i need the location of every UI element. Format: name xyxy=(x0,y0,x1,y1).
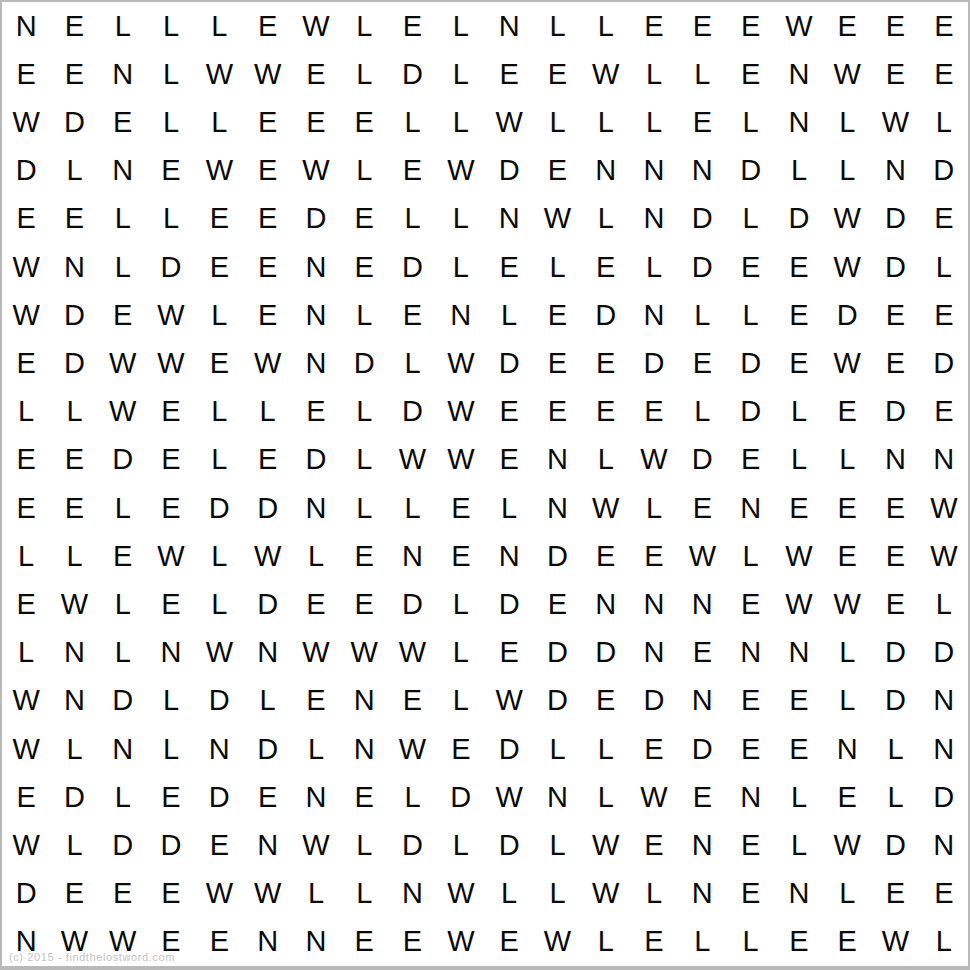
grid-cell-r9c10[interactable]: W xyxy=(437,388,485,436)
grid-cell-r13c20[interactable]: L xyxy=(920,580,968,628)
grid-cell-r4c8[interactable]: L xyxy=(340,147,388,195)
grid-cell-r7c18[interactable]: D xyxy=(823,291,871,339)
grid-cell-r18c16[interactable]: E xyxy=(726,821,774,869)
grid-cell-r17c9[interactable]: L xyxy=(388,773,436,821)
grid-cell-r20c12[interactable]: W xyxy=(533,918,581,966)
grid-cell-r18c5[interactable]: E xyxy=(195,821,243,869)
grid-cell-r11c6[interactable]: D xyxy=(243,484,291,532)
grid-cell-r12c6[interactable]: W xyxy=(243,532,291,580)
grid-cell-r9c4[interactable]: E xyxy=(147,388,195,436)
grid-cell-r3c17[interactable]: N xyxy=(775,98,823,146)
grid-cell-r13c16[interactable]: E xyxy=(726,580,774,628)
grid-cell-r5c10[interactable]: L xyxy=(437,195,485,243)
grid-cell-r12c13[interactable]: E xyxy=(582,532,630,580)
grid-cell-r16c12[interactable]: L xyxy=(533,725,581,773)
grid-cell-r3c8[interactable]: E xyxy=(340,98,388,146)
grid-cell-r1c4[interactable]: L xyxy=(147,2,195,50)
grid-cell-r18c4[interactable]: D xyxy=(147,821,195,869)
grid-cell-r19c20[interactable]: E xyxy=(920,870,968,918)
grid-cell-r20c7[interactable]: N xyxy=(292,918,340,966)
grid-cell-r19c8[interactable]: L xyxy=(340,870,388,918)
grid-cell-r9c20[interactable]: E xyxy=(920,388,968,436)
grid-cell-r4c5[interactable]: W xyxy=(195,147,243,195)
grid-cell-r7c15[interactable]: L xyxy=(678,291,726,339)
grid-cell-r19c9[interactable]: N xyxy=(388,870,436,918)
grid-cell-r12c9[interactable]: N xyxy=(388,532,436,580)
grid-cell-r2c2[interactable]: E xyxy=(50,50,98,98)
grid-cell-r17c20[interactable]: D xyxy=(920,773,968,821)
grid-cell-r2c4[interactable]: L xyxy=(147,50,195,98)
grid-cell-r2c18[interactable]: W xyxy=(823,50,871,98)
grid-cell-r3c18[interactable]: L xyxy=(823,98,871,146)
grid-cell-r11c20[interactable]: W xyxy=(920,484,968,532)
grid-cell-r12c2[interactable]: L xyxy=(50,532,98,580)
grid-cell-r6c15[interactable]: D xyxy=(678,243,726,291)
grid-cell-r10c15[interactable]: D xyxy=(678,436,726,484)
grid-cell-r18c1[interactable]: W xyxy=(2,821,50,869)
grid-cell-r4c3[interactable]: N xyxy=(99,147,147,195)
grid-cell-r15c13[interactable]: E xyxy=(582,677,630,725)
grid-cell-r8c6[interactable]: W xyxy=(243,339,291,387)
grid-cell-r14c3[interactable]: L xyxy=(99,629,147,677)
grid-cell-r18c7[interactable]: W xyxy=(292,821,340,869)
grid-cell-r6c12[interactable]: L xyxy=(533,243,581,291)
grid-cell-r14c20[interactable]: D xyxy=(920,629,968,677)
grid-cell-r16c6[interactable]: D xyxy=(243,725,291,773)
grid-cell-r20c19[interactable]: W xyxy=(871,918,919,966)
grid-cell-r7c5[interactable]: L xyxy=(195,291,243,339)
grid-cell-r6c7[interactable]: N xyxy=(292,243,340,291)
grid-cell-r7c17[interactable]: E xyxy=(775,291,823,339)
grid-cell-r12c11[interactable]: N xyxy=(485,532,533,580)
grid-cell-r19c1[interactable]: D xyxy=(2,870,50,918)
grid-cell-r13c12[interactable]: E xyxy=(533,580,581,628)
grid-cell-r17c4[interactable]: E xyxy=(147,773,195,821)
grid-cell-r13c15[interactable]: N xyxy=(678,580,726,628)
grid-cell-r1c14[interactable]: E xyxy=(630,2,678,50)
grid-cell-r19c18[interactable]: L xyxy=(823,870,871,918)
grid-cell-r2c16[interactable]: E xyxy=(726,50,774,98)
grid-cell-r1c20[interactable]: E xyxy=(920,2,968,50)
grid-cell-r1c7[interactable]: W xyxy=(292,2,340,50)
grid-cell-r13c18[interactable]: W xyxy=(823,580,871,628)
grid-cell-r17c15[interactable]: E xyxy=(678,773,726,821)
grid-cell-r18c18[interactable]: W xyxy=(823,821,871,869)
grid-cell-r10c19[interactable]: N xyxy=(871,436,919,484)
grid-cell-r20c15[interactable]: L xyxy=(678,918,726,966)
grid-cell-r6c20[interactable]: L xyxy=(920,243,968,291)
grid-cell-r20c8[interactable]: E xyxy=(340,918,388,966)
grid-cell-r20c17[interactable]: E xyxy=(775,918,823,966)
grid-cell-r3c12[interactable]: L xyxy=(533,98,581,146)
grid-cell-r16c19[interactable]: L xyxy=(871,725,919,773)
grid-cell-r4c19[interactable]: N xyxy=(871,147,919,195)
grid-cell-r11c17[interactable]: E xyxy=(775,484,823,532)
grid-cell-r17c14[interactable]: W xyxy=(630,773,678,821)
grid-cell-r16c8[interactable]: N xyxy=(340,725,388,773)
grid-cell-r19c13[interactable]: W xyxy=(582,870,630,918)
grid-cell-r11c15[interactable]: E xyxy=(678,484,726,532)
grid-cell-r1c8[interactable]: L xyxy=(340,2,388,50)
grid-cell-r16c7[interactable]: L xyxy=(292,725,340,773)
grid-cell-r4c18[interactable]: L xyxy=(823,147,871,195)
grid-cell-r12c16[interactable]: L xyxy=(726,532,774,580)
grid-cell-r7c4[interactable]: W xyxy=(147,291,195,339)
grid-cell-r9c8[interactable]: L xyxy=(340,388,388,436)
grid-cell-r4c1[interactable]: D xyxy=(2,147,50,195)
grid-cell-r4c20[interactable]: D xyxy=(920,147,968,195)
grid-cell-r15c14[interactable]: D xyxy=(630,677,678,725)
grid-cell-r9c7[interactable]: E xyxy=(292,388,340,436)
grid-cell-r4c2[interactable]: L xyxy=(50,147,98,195)
grid-cell-r20c20[interactable]: L xyxy=(920,918,968,966)
grid-cell-r6c5[interactable]: E xyxy=(195,243,243,291)
grid-cell-r8c19[interactable]: E xyxy=(871,339,919,387)
grid-cell-r9c9[interactable]: D xyxy=(388,388,436,436)
grid-cell-r7c8[interactable]: L xyxy=(340,291,388,339)
grid-cell-r15c18[interactable]: L xyxy=(823,677,871,725)
grid-cell-r5c4[interactable]: L xyxy=(147,195,195,243)
grid-cell-r17c7[interactable]: N xyxy=(292,773,340,821)
grid-cell-r16c4[interactable]: L xyxy=(147,725,195,773)
grid-cell-r20c13[interactable]: L xyxy=(582,918,630,966)
grid-cell-r11c7[interactable]: N xyxy=(292,484,340,532)
grid-cell-r4c15[interactable]: N xyxy=(678,147,726,195)
grid-cell-r6c18[interactable]: W xyxy=(823,243,871,291)
grid-cell-r1c15[interactable]: E xyxy=(678,2,726,50)
grid-cell-r18c20[interactable]: N xyxy=(920,821,968,869)
grid-cell-r15c10[interactable]: L xyxy=(437,677,485,725)
grid-cell-r7c10[interactable]: N xyxy=(437,291,485,339)
grid-cell-r4c9[interactable]: E xyxy=(388,147,436,195)
grid-cell-r15c7[interactable]: E xyxy=(292,677,340,725)
grid-cell-r16c15[interactable]: D xyxy=(678,725,726,773)
grid-cell-r16c18[interactable]: N xyxy=(823,725,871,773)
grid-cell-r2c14[interactable]: L xyxy=(630,50,678,98)
grid-cell-r14c5[interactable]: W xyxy=(195,629,243,677)
grid-cell-r10c4[interactable]: E xyxy=(147,436,195,484)
grid-cell-r15c12[interactable]: D xyxy=(533,677,581,725)
grid-cell-r15c9[interactable]: E xyxy=(388,677,436,725)
grid-cell-r15c20[interactable]: N xyxy=(920,677,968,725)
grid-cell-r2c6[interactable]: W xyxy=(243,50,291,98)
grid-cell-r3c14[interactable]: L xyxy=(630,98,678,146)
grid-cell-r6c19[interactable]: D xyxy=(871,243,919,291)
grid-cell-r9c3[interactable]: W xyxy=(99,388,147,436)
grid-cell-r10c16[interactable]: E xyxy=(726,436,774,484)
grid-cell-r7c12[interactable]: E xyxy=(533,291,581,339)
grid-cell-r10c17[interactable]: L xyxy=(775,436,823,484)
grid-cell-r6c13[interactable]: E xyxy=(582,243,630,291)
grid-cell-r4c11[interactable]: D xyxy=(485,147,533,195)
grid-cell-r2c15[interactable]: L xyxy=(678,50,726,98)
grid-cell-r11c9[interactable]: L xyxy=(388,484,436,532)
grid-cell-r10c13[interactable]: L xyxy=(582,436,630,484)
grid-cell-r1c18[interactable]: E xyxy=(823,2,871,50)
grid-cell-r3c2[interactable]: D xyxy=(50,98,98,146)
grid-cell-r4c17[interactable]: L xyxy=(775,147,823,195)
grid-cell-r14c15[interactable]: E xyxy=(678,629,726,677)
grid-cell-r8c7[interactable]: N xyxy=(292,339,340,387)
grid-cell-r9c6[interactable]: L xyxy=(243,388,291,436)
grid-cell-r14c1[interactable]: L xyxy=(2,629,50,677)
grid-cell-r14c2[interactable]: N xyxy=(50,629,98,677)
grid-cell-r20c18[interactable]: E xyxy=(823,918,871,966)
grid-cell-r10c7[interactable]: D xyxy=(292,436,340,484)
grid-cell-r16c11[interactable]: D xyxy=(485,725,533,773)
grid-cell-r5c1[interactable]: E xyxy=(2,195,50,243)
grid-cell-r5c7[interactable]: D xyxy=(292,195,340,243)
grid-cell-r8c14[interactable]: D xyxy=(630,339,678,387)
grid-cell-r18c17[interactable]: L xyxy=(775,821,823,869)
grid-cell-r9c15[interactable]: L xyxy=(678,388,726,436)
grid-cell-r13c5[interactable]: L xyxy=(195,580,243,628)
grid-cell-r19c14[interactable]: L xyxy=(630,870,678,918)
grid-cell-r5c11[interactable]: N xyxy=(485,195,533,243)
grid-cell-r12c10[interactable]: E xyxy=(437,532,485,580)
grid-cell-r15c3[interactable]: D xyxy=(99,677,147,725)
grid-cell-r12c4[interactable]: W xyxy=(147,532,195,580)
grid-cell-r9c2[interactable]: L xyxy=(50,388,98,436)
grid-cell-r1c13[interactable]: L xyxy=(582,2,630,50)
grid-cell-r10c20[interactable]: N xyxy=(920,436,968,484)
grid-cell-r5c17[interactable]: D xyxy=(775,195,823,243)
grid-cell-r19c5[interactable]: W xyxy=(195,870,243,918)
grid-cell-r17c3[interactable]: L xyxy=(99,773,147,821)
grid-cell-r12c18[interactable]: E xyxy=(823,532,871,580)
grid-cell-r8c18[interactable]: W xyxy=(823,339,871,387)
grid-cell-r5c14[interactable]: N xyxy=(630,195,678,243)
grid-cell-r14c16[interactable]: N xyxy=(726,629,774,677)
grid-cell-r18c6[interactable]: N xyxy=(243,821,291,869)
grid-cell-r15c6[interactable]: L xyxy=(243,677,291,725)
grid-cell-r19c17[interactable]: N xyxy=(775,870,823,918)
grid-cell-r11c10[interactable]: E xyxy=(437,484,485,532)
grid-cell-r17c1[interactable]: E xyxy=(2,773,50,821)
grid-cell-r11c19[interactable]: E xyxy=(871,484,919,532)
grid-cell-r18c12[interactable]: L xyxy=(533,821,581,869)
grid-cell-r11c8[interactable]: L xyxy=(340,484,388,532)
grid-cell-r8c1[interactable]: E xyxy=(2,339,50,387)
grid-cell-r3c15[interactable]: E xyxy=(678,98,726,146)
grid-cell-r10c12[interactable]: N xyxy=(533,436,581,484)
grid-cell-r8c4[interactable]: W xyxy=(147,339,195,387)
grid-cell-r9c1[interactable]: L xyxy=(2,388,50,436)
grid-cell-r16c13[interactable]: L xyxy=(582,725,630,773)
grid-cell-r8c12[interactable]: E xyxy=(533,339,581,387)
grid-cell-r11c11[interactable]: L xyxy=(485,484,533,532)
grid-cell-r18c11[interactable]: D xyxy=(485,821,533,869)
grid-cell-r2c5[interactable]: W xyxy=(195,50,243,98)
grid-cell-r2c7[interactable]: E xyxy=(292,50,340,98)
grid-cell-r13c8[interactable]: E xyxy=(340,580,388,628)
grid-cell-r10c8[interactable]: L xyxy=(340,436,388,484)
grid-cell-r18c14[interactable]: E xyxy=(630,821,678,869)
grid-cell-r3c1[interactable]: W xyxy=(2,98,50,146)
grid-cell-r4c7[interactable]: W xyxy=(292,147,340,195)
grid-cell-r8c17[interactable]: E xyxy=(775,339,823,387)
grid-cell-r10c18[interactable]: L xyxy=(823,436,871,484)
grid-cell-r14c8[interactable]: W xyxy=(340,629,388,677)
grid-cell-r7c11[interactable]: L xyxy=(485,291,533,339)
grid-cell-r11c2[interactable]: E xyxy=(50,484,98,532)
grid-cell-r17c5[interactable]: D xyxy=(195,773,243,821)
grid-cell-r6c4[interactable]: D xyxy=(147,243,195,291)
grid-cell-r7c1[interactable]: W xyxy=(2,291,50,339)
grid-cell-r8c8[interactable]: D xyxy=(340,339,388,387)
grid-cell-r5c6[interactable]: E xyxy=(243,195,291,243)
grid-cell-r20c6[interactable]: N xyxy=(243,918,291,966)
grid-cell-r7c13[interactable]: D xyxy=(582,291,630,339)
grid-cell-r18c13[interactable]: W xyxy=(582,821,630,869)
grid-cell-r14c14[interactable]: N xyxy=(630,629,678,677)
grid-cell-r17c12[interactable]: N xyxy=(533,773,581,821)
grid-cell-r12c20[interactable]: W xyxy=(920,532,968,580)
grid-cell-r11c4[interactable]: E xyxy=(147,484,195,532)
grid-cell-r1c17[interactable]: W xyxy=(775,2,823,50)
grid-cell-r15c4[interactable]: L xyxy=(147,677,195,725)
grid-cell-r5c19[interactable]: D xyxy=(871,195,919,243)
grid-cell-r5c8[interactable]: E xyxy=(340,195,388,243)
grid-cell-r18c9[interactable]: D xyxy=(388,821,436,869)
grid-cell-r6c11[interactable]: E xyxy=(485,243,533,291)
grid-cell-r16c14[interactable]: E xyxy=(630,725,678,773)
grid-cell-r11c5[interactable]: D xyxy=(195,484,243,532)
grid-cell-r13c11[interactable]: D xyxy=(485,580,533,628)
grid-cell-r20c11[interactable]: E xyxy=(485,918,533,966)
grid-cell-r18c2[interactable]: L xyxy=(50,821,98,869)
grid-cell-r3c9[interactable]: L xyxy=(388,98,436,146)
grid-cell-r1c5[interactable]: L xyxy=(195,2,243,50)
grid-cell-r2c9[interactable]: D xyxy=(388,50,436,98)
grid-cell-r3c3[interactable]: E xyxy=(99,98,147,146)
grid-cell-r14c9[interactable]: W xyxy=(388,629,436,677)
grid-cell-r13c3[interactable]: L xyxy=(99,580,147,628)
grid-cell-r18c15[interactable]: N xyxy=(678,821,726,869)
grid-cell-r14c12[interactable]: D xyxy=(533,629,581,677)
grid-cell-r9c13[interactable]: E xyxy=(582,388,630,436)
grid-cell-r5c18[interactable]: W xyxy=(823,195,871,243)
grid-cell-r8c13[interactable]: E xyxy=(582,339,630,387)
grid-cell-r15c5[interactable]: D xyxy=(195,677,243,725)
grid-cell-r7c19[interactable]: E xyxy=(871,291,919,339)
grid-cell-r6c16[interactable]: E xyxy=(726,243,774,291)
grid-cell-r11c12[interactable]: N xyxy=(533,484,581,532)
grid-cell-r17c11[interactable]: W xyxy=(485,773,533,821)
grid-cell-r4c13[interactable]: N xyxy=(582,147,630,195)
grid-cell-r7c6[interactable]: E xyxy=(243,291,291,339)
grid-cell-r6c14[interactable]: L xyxy=(630,243,678,291)
grid-cell-r2c10[interactable]: L xyxy=(437,50,485,98)
grid-cell-r9c18[interactable]: E xyxy=(823,388,871,436)
grid-cell-r19c2[interactable]: E xyxy=(50,870,98,918)
grid-cell-r14c11[interactable]: E xyxy=(485,629,533,677)
grid-cell-r3c16[interactable]: L xyxy=(726,98,774,146)
grid-cell-r12c8[interactable]: E xyxy=(340,532,388,580)
grid-cell-r18c10[interactable]: L xyxy=(437,821,485,869)
grid-cell-r5c3[interactable]: L xyxy=(99,195,147,243)
grid-cell-r8c16[interactable]: D xyxy=(726,339,774,387)
grid-cell-r7c20[interactable]: E xyxy=(920,291,968,339)
grid-cell-r13c6[interactable]: D xyxy=(243,580,291,628)
grid-cell-r8c15[interactable]: E xyxy=(678,339,726,387)
grid-cell-r6c17[interactable]: E xyxy=(775,243,823,291)
grid-cell-r16c1[interactable]: W xyxy=(2,725,50,773)
grid-cell-r19c12[interactable]: L xyxy=(533,870,581,918)
grid-cell-r1c16[interactable]: E xyxy=(726,2,774,50)
grid-cell-r15c15[interactable]: N xyxy=(678,677,726,725)
grid-cell-r10c5[interactable]: L xyxy=(195,436,243,484)
grid-cell-r13c13[interactable]: N xyxy=(582,580,630,628)
grid-cell-r7c2[interactable]: D xyxy=(50,291,98,339)
grid-cell-r19c16[interactable]: E xyxy=(726,870,774,918)
grid-cell-r7c7[interactable]: N xyxy=(292,291,340,339)
grid-cell-r13c9[interactable]: D xyxy=(388,580,436,628)
grid-cell-r6c8[interactable]: E xyxy=(340,243,388,291)
grid-cell-r19c4[interactable]: E xyxy=(147,870,195,918)
grid-cell-r11c14[interactable]: L xyxy=(630,484,678,532)
grid-cell-r3c11[interactable]: W xyxy=(485,98,533,146)
grid-cell-r2c19[interactable]: E xyxy=(871,50,919,98)
grid-cell-r12c14[interactable]: E xyxy=(630,532,678,580)
grid-cell-r1c9[interactable]: E xyxy=(388,2,436,50)
grid-cell-r17c18[interactable]: E xyxy=(823,773,871,821)
grid-cell-r4c10[interactable]: W xyxy=(437,147,485,195)
grid-cell-r13c17[interactable]: W xyxy=(775,580,823,628)
grid-cell-r1c11[interactable]: N xyxy=(485,2,533,50)
grid-cell-r11c18[interactable]: E xyxy=(823,484,871,532)
grid-cell-r2c13[interactable]: W xyxy=(582,50,630,98)
grid-cell-r16c16[interactable]: E xyxy=(726,725,774,773)
grid-cell-r3c20[interactable]: L xyxy=(920,98,968,146)
grid-cell-r5c15[interactable]: D xyxy=(678,195,726,243)
grid-cell-r14c19[interactable]: D xyxy=(871,629,919,677)
grid-cell-r5c5[interactable]: E xyxy=(195,195,243,243)
grid-cell-r12c3[interactable]: E xyxy=(99,532,147,580)
grid-cell-r3c10[interactable]: L xyxy=(437,98,485,146)
grid-cell-r14c17[interactable]: N xyxy=(775,629,823,677)
grid-cell-r14c10[interactable]: L xyxy=(437,629,485,677)
grid-cell-r3c6[interactable]: E xyxy=(243,98,291,146)
grid-cell-r14c6[interactable]: N xyxy=(243,629,291,677)
grid-cell-r1c1[interactable]: N xyxy=(2,2,50,50)
grid-cell-r1c12[interactable]: L xyxy=(533,2,581,50)
grid-cell-r2c11[interactable]: E xyxy=(485,50,533,98)
grid-cell-r19c6[interactable]: W xyxy=(243,870,291,918)
grid-cell-r15c1[interactable]: W xyxy=(2,677,50,725)
grid-cell-r7c16[interactable]: L xyxy=(726,291,774,339)
grid-cell-r19c10[interactable]: W xyxy=(437,870,485,918)
grid-cell-r17c8[interactable]: E xyxy=(340,773,388,821)
grid-cell-r12c1[interactable]: L xyxy=(2,532,50,580)
grid-cell-r10c3[interactable]: D xyxy=(99,436,147,484)
grid-cell-r10c2[interactable]: E xyxy=(50,436,98,484)
grid-cell-r18c3[interactable]: D xyxy=(99,821,147,869)
grid-cell-r16c17[interactable]: E xyxy=(775,725,823,773)
grid-cell-r19c15[interactable]: N xyxy=(678,870,726,918)
grid-cell-r2c17[interactable]: N xyxy=(775,50,823,98)
grid-cell-r10c11[interactable]: E xyxy=(485,436,533,484)
grid-cell-r13c10[interactable]: L xyxy=(437,580,485,628)
grid-cell-r12c17[interactable]: W xyxy=(775,532,823,580)
grid-cell-r11c3[interactable]: L xyxy=(99,484,147,532)
grid-cell-r14c18[interactable]: L xyxy=(823,629,871,677)
grid-cell-r2c20[interactable]: E xyxy=(920,50,968,98)
grid-cell-r10c6[interactable]: E xyxy=(243,436,291,484)
grid-cell-r2c8[interactable]: L xyxy=(340,50,388,98)
grid-cell-r17c10[interactable]: D xyxy=(437,773,485,821)
grid-cell-r4c6[interactable]: E xyxy=(243,147,291,195)
